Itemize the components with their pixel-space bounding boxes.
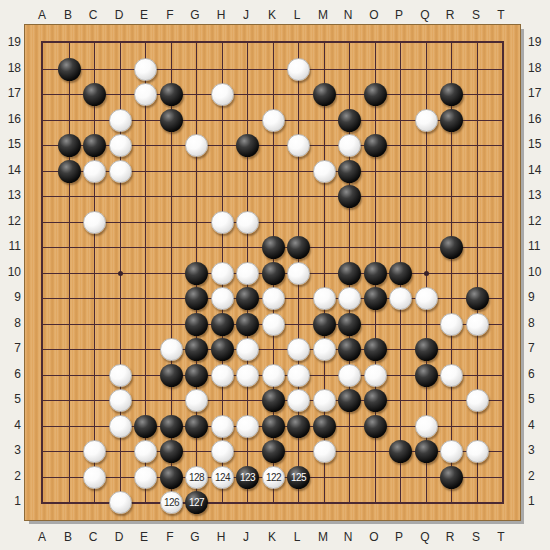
column-label: P — [386, 530, 412, 544]
white-stone — [109, 160, 132, 183]
move-number-label: 123 — [240, 473, 255, 483]
black-stone — [58, 58, 81, 81]
white-stone — [236, 262, 259, 285]
white-stone — [109, 415, 132, 438]
black-stone — [338, 338, 361, 361]
column-label: D — [106, 8, 132, 22]
white-stone — [287, 389, 310, 412]
move-number-label: 124 — [215, 473, 230, 483]
white-stone — [364, 364, 387, 387]
black-stone — [440, 466, 463, 489]
column-label: F — [157, 530, 183, 544]
white-stone — [287, 338, 310, 361]
black-stone — [338, 262, 361, 285]
white-stone — [185, 389, 208, 412]
row-label: 18 — [528, 61, 548, 75]
black-stone — [262, 415, 285, 438]
row-label: 5 — [1, 392, 21, 406]
black-stone — [440, 236, 463, 259]
column-label: Q — [412, 530, 438, 544]
white-stone — [440, 364, 463, 387]
black-stone — [364, 287, 387, 310]
row-label: 16 — [1, 112, 21, 126]
black-stone — [185, 364, 208, 387]
move-number-label: 127 — [189, 498, 204, 508]
column-label: C — [80, 530, 106, 544]
black-stone — [338, 160, 361, 183]
black-stone — [466, 287, 489, 310]
column-label: M — [310, 530, 336, 544]
row-label: 15 — [528, 137, 548, 151]
column-label: K — [259, 530, 285, 544]
black-stone — [236, 287, 259, 310]
column-label: K — [259, 8, 285, 22]
go-board[interactable]: 128124123122125126127 — [24, 24, 521, 521]
black-stone — [415, 338, 438, 361]
row-label: 6 — [1, 367, 21, 381]
column-label: L — [284, 530, 310, 544]
black-stone — [440, 83, 463, 106]
move-number-label: 126 — [164, 498, 179, 508]
white-stone — [211, 287, 234, 310]
black-stone — [364, 338, 387, 361]
white-stone — [83, 440, 106, 463]
white-stone — [415, 287, 438, 310]
column-label: R — [437, 8, 463, 22]
white-stone — [109, 389, 132, 412]
column-label: H — [208, 8, 234, 22]
white-stone — [287, 262, 310, 285]
black-stone — [262, 389, 285, 412]
white-stone — [338, 287, 361, 310]
move-number-label: 128 — [189, 473, 204, 483]
star-point — [424, 271, 429, 276]
row-label: 10 — [1, 265, 21, 279]
column-label: B — [55, 8, 81, 22]
white-stone — [236, 338, 259, 361]
white-stone — [262, 313, 285, 336]
column-label: L — [284, 8, 310, 22]
white-stone — [185, 134, 208, 157]
black-stone — [58, 160, 81, 183]
row-label: 19 — [528, 35, 548, 49]
row-label: 18 — [1, 61, 21, 75]
black-stone — [160, 364, 183, 387]
move-number-label: 122 — [266, 473, 281, 483]
black-stone-numbered: 123 — [236, 466, 259, 489]
black-stone — [364, 415, 387, 438]
white-stone — [211, 211, 234, 234]
column-label: E — [131, 8, 157, 22]
white-stone — [415, 415, 438, 438]
row-label: 19 — [1, 35, 21, 49]
white-stone — [134, 440, 157, 463]
column-label: N — [335, 530, 361, 544]
white-stone — [236, 415, 259, 438]
row-label: 17 — [1, 86, 21, 100]
row-label: 3 — [528, 443, 548, 457]
black-stone — [160, 109, 183, 132]
row-label: 1 — [528, 494, 548, 508]
row-label: 3 — [1, 443, 21, 457]
column-label: C — [80, 8, 106, 22]
white-stone — [211, 415, 234, 438]
row-label: 10 — [528, 265, 548, 279]
white-stone — [109, 364, 132, 387]
star-point — [118, 271, 123, 276]
black-stone — [364, 83, 387, 106]
column-label: S — [463, 530, 489, 544]
white-stone — [466, 440, 489, 463]
grid-line-vertical — [477, 43, 478, 503]
row-label: 14 — [528, 163, 548, 177]
black-stone — [338, 313, 361, 336]
white-stone — [236, 364, 259, 387]
column-label: N — [335, 8, 361, 22]
black-stone — [338, 389, 361, 412]
black-stone — [313, 83, 336, 106]
row-label: 9 — [1, 290, 21, 304]
black-stone — [83, 83, 106, 106]
white-stone — [109, 134, 132, 157]
white-stone — [313, 389, 336, 412]
black-stone — [262, 262, 285, 285]
white-stone — [109, 109, 132, 132]
row-label: 9 — [528, 290, 548, 304]
black-stone — [313, 313, 336, 336]
white-stone — [440, 440, 463, 463]
column-label: A — [29, 8, 55, 22]
row-label: 15 — [1, 137, 21, 151]
black-stone — [440, 109, 463, 132]
black-stone — [58, 134, 81, 157]
row-label: 17 — [528, 86, 548, 100]
black-stone — [134, 415, 157, 438]
black-stone — [389, 440, 412, 463]
row-label: 2 — [528, 469, 548, 483]
black-stone — [185, 287, 208, 310]
row-label: 8 — [528, 316, 548, 330]
row-label: 14 — [1, 163, 21, 177]
white-stone — [338, 364, 361, 387]
black-stone — [160, 415, 183, 438]
black-stone — [83, 134, 106, 157]
row-label: 12 — [1, 214, 21, 228]
column-label: T — [488, 530, 514, 544]
black-stone-numbered: 127 — [185, 491, 208, 514]
white-stone — [134, 58, 157, 81]
white-stone — [287, 58, 310, 81]
column-label: P — [386, 8, 412, 22]
column-label: D — [106, 530, 132, 544]
white-stone — [83, 466, 106, 489]
black-stone — [236, 313, 259, 336]
column-label: G — [182, 530, 208, 544]
white-stone — [262, 364, 285, 387]
white-stone — [313, 338, 336, 361]
row-label: 12 — [528, 214, 548, 228]
row-label: 7 — [528, 341, 548, 355]
column-label: G — [182, 8, 208, 22]
row-label: 5 — [528, 392, 548, 406]
black-stone — [338, 185, 361, 208]
black-stone — [287, 236, 310, 259]
black-stone — [364, 389, 387, 412]
row-label: 16 — [528, 112, 548, 126]
row-label: 11 — [1, 239, 21, 253]
white-stone — [83, 211, 106, 234]
white-stone — [466, 313, 489, 336]
white-stone — [83, 160, 106, 183]
white-stone — [109, 491, 132, 514]
white-stone — [211, 364, 234, 387]
black-stone — [364, 262, 387, 285]
column-label: A — [29, 530, 55, 544]
white-stone — [415, 109, 438, 132]
column-label: O — [361, 8, 387, 22]
white-stone — [313, 160, 336, 183]
row-label: 8 — [1, 316, 21, 330]
column-label: B — [55, 530, 81, 544]
column-label: T — [488, 8, 514, 22]
white-stone — [287, 364, 310, 387]
black-stone — [287, 415, 310, 438]
white-stone — [134, 466, 157, 489]
white-stone — [236, 211, 259, 234]
white-stone — [287, 134, 310, 157]
white-stone-numbered: 128 — [185, 466, 208, 489]
black-stone — [338, 109, 361, 132]
white-stone-numbered: 124 — [211, 466, 234, 489]
white-stone-numbered: 126 — [160, 491, 183, 514]
black-stone — [262, 236, 285, 259]
black-stone — [236, 134, 259, 157]
row-label: 11 — [528, 239, 548, 253]
column-label: F — [157, 8, 183, 22]
column-label: R — [437, 530, 463, 544]
white-stone — [338, 134, 361, 157]
row-label: 13 — [528, 188, 548, 202]
white-stone — [211, 262, 234, 285]
white-stone — [262, 287, 285, 310]
row-label: 4 — [528, 418, 548, 432]
black-stone — [211, 338, 234, 361]
row-label: 1 — [1, 494, 21, 508]
move-number-label: 125 — [291, 473, 306, 483]
black-stone — [415, 364, 438, 387]
black-stone — [160, 466, 183, 489]
column-label: O — [361, 530, 387, 544]
black-stone-numbered: 125 — [287, 466, 310, 489]
black-stone — [185, 338, 208, 361]
black-stone — [185, 313, 208, 336]
column-label: J — [233, 8, 259, 22]
row-label: 4 — [1, 418, 21, 432]
row-label: 2 — [1, 469, 21, 483]
black-stone — [185, 415, 208, 438]
white-stone — [211, 83, 234, 106]
column-label: H — [208, 530, 234, 544]
black-stone — [364, 134, 387, 157]
column-label: J — [233, 530, 259, 544]
column-label: E — [131, 530, 157, 544]
black-stone — [389, 262, 412, 285]
white-stone — [160, 338, 183, 361]
white-stone — [466, 389, 489, 412]
black-stone — [160, 83, 183, 106]
white-stone-numbered: 122 — [262, 466, 285, 489]
row-label: 7 — [1, 341, 21, 355]
white-stone — [313, 440, 336, 463]
white-stone — [211, 440, 234, 463]
white-stone — [262, 109, 285, 132]
row-label: 13 — [1, 188, 21, 202]
black-stone — [160, 440, 183, 463]
white-stone — [440, 313, 463, 336]
white-stone — [389, 287, 412, 310]
column-label: Q — [412, 8, 438, 22]
black-stone — [211, 313, 234, 336]
black-stone — [415, 440, 438, 463]
black-stone — [313, 415, 336, 438]
white-stone — [313, 287, 336, 310]
white-stone — [134, 83, 157, 106]
column-label: S — [463, 8, 489, 22]
black-stone — [185, 262, 208, 285]
row-label: 6 — [528, 367, 548, 381]
black-stone — [262, 440, 285, 463]
column-label: M — [310, 8, 336, 22]
go-game-screenshot: ABCDEFGHJKLMNOPQRST ABCDEFGHJKLMNOPQRST … — [0, 0, 550, 550]
